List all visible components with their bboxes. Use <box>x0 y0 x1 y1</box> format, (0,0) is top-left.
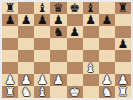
square-a7[interactable]: ♟ <box>2 14 18 26</box>
square-f5[interactable] <box>83 38 99 50</box>
piece-white-bishop[interactable]: ♝ <box>37 86 48 98</box>
square-d4[interactable] <box>50 50 66 62</box>
square-d6[interactable]: ♞ <box>50 26 66 38</box>
square-f3[interactable]: ♝ <box>83 62 99 74</box>
square-c7[interactable]: ♟ <box>34 14 50 26</box>
square-a4[interactable] <box>2 50 18 62</box>
piece-white-knight[interactable]: ♞ <box>21 86 32 98</box>
square-b1[interactable]: ♞ <box>18 86 34 98</box>
square-f6[interactable] <box>83 26 99 38</box>
square-h8[interactable]: ♜ <box>115 2 131 14</box>
piece-black-knight[interactable]: ♞ <box>53 26 64 38</box>
square-e4[interactable] <box>67 50 83 62</box>
square-c6[interactable] <box>34 26 50 38</box>
square-g6[interactable] <box>99 26 115 38</box>
square-h1[interactable]: ♜ <box>115 86 131 98</box>
square-d5[interactable] <box>50 38 66 50</box>
square-f7[interactable]: ♟ <box>83 14 99 26</box>
piece-black-rook[interactable]: ♜ <box>118 2 129 14</box>
board-frame: ♜♝♛♚♝♜♟♟♟♟♟♟♞♟♟♝♟♟♟♟♟♟♜♞♝♚♞♜ <box>0 0 133 100</box>
piece-black-pawn[interactable]: ♟ <box>101 14 112 26</box>
square-d2[interactable]: ♟ <box>50 74 66 86</box>
square-g1[interactable]: ♞ <box>99 86 115 98</box>
piece-black-pawn[interactable]: ♟ <box>5 14 16 26</box>
square-b6[interactable] <box>18 26 34 38</box>
square-d1[interactable] <box>50 86 66 98</box>
piece-black-pawn[interactable]: ♟ <box>69 26 80 38</box>
square-c4[interactable] <box>34 50 50 62</box>
piece-black-pawn[interactable]: ♟ <box>37 14 48 26</box>
piece-black-pawn[interactable]: ♟ <box>118 38 129 50</box>
piece-white-bishop[interactable]: ♝ <box>85 62 96 74</box>
piece-white-rook[interactable]: ♜ <box>5 86 16 98</box>
piece-black-pawn[interactable]: ♟ <box>85 14 96 26</box>
square-b4[interactable] <box>18 50 34 62</box>
chess-board: ♜♝♛♚♝♜♟♟♟♟♟♟♞♟♟♝♟♟♟♟♟♟♜♞♝♚♞♜ <box>2 2 131 98</box>
square-a5[interactable] <box>2 38 18 50</box>
square-g7[interactable]: ♟ <box>99 14 115 26</box>
piece-black-pawn[interactable]: ♟ <box>21 14 32 26</box>
square-e5[interactable] <box>67 38 83 50</box>
square-g4[interactable] <box>99 50 115 62</box>
square-f2[interactable] <box>83 74 99 86</box>
square-b7[interactable]: ♟ <box>18 14 34 26</box>
square-f1[interactable] <box>83 86 99 98</box>
square-c1[interactable]: ♝ <box>34 86 50 98</box>
square-c5[interactable] <box>34 38 50 50</box>
square-h7[interactable] <box>115 14 131 26</box>
square-e6[interactable]: ♟ <box>67 26 83 38</box>
piece-white-king[interactable]: ♚ <box>69 86 80 98</box>
square-b5[interactable] <box>18 38 34 50</box>
square-a1[interactable]: ♜ <box>2 86 18 98</box>
square-h4[interactable] <box>115 50 131 62</box>
square-e1[interactable]: ♚ <box>67 86 83 98</box>
piece-white-knight[interactable]: ♞ <box>101 86 112 98</box>
piece-white-pawn[interactable]: ♟ <box>53 74 64 86</box>
piece-black-king[interactable]: ♚ <box>69 2 80 14</box>
square-a6[interactable] <box>2 26 18 38</box>
square-e8[interactable]: ♚ <box>67 2 83 14</box>
square-e3[interactable] <box>67 62 83 74</box>
square-g5[interactable] <box>99 38 115 50</box>
square-h5[interactable]: ♟ <box>115 38 131 50</box>
piece-white-rook[interactable]: ♜ <box>118 86 129 98</box>
